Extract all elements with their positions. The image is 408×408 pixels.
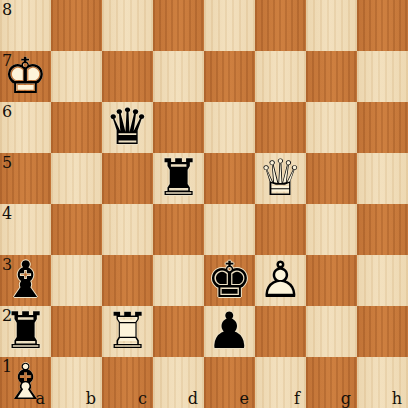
file-label-g: g xyxy=(341,391,351,407)
square-f8[interactable] xyxy=(255,0,306,51)
square-f6[interactable] xyxy=(255,102,306,153)
square-f2[interactable] xyxy=(255,306,306,357)
file-label-b: b xyxy=(86,391,96,407)
square-e4[interactable] xyxy=(204,204,255,255)
white-queen[interactable]: ♛♕ xyxy=(255,153,306,204)
white-pawn[interactable]: ♟♙ xyxy=(255,255,306,306)
square-e5[interactable] xyxy=(204,153,255,204)
rank-label-8: 8 xyxy=(2,2,12,18)
black-king-glyph: ♚ xyxy=(207,255,252,304)
file-label-f: f xyxy=(294,391,300,407)
square-c8[interactable] xyxy=(102,0,153,51)
square-b4[interactable] xyxy=(51,204,102,255)
white-rook-outline: ♖ xyxy=(105,306,150,355)
white-pawn-outline: ♙ xyxy=(258,255,303,304)
square-b6[interactable] xyxy=(51,102,102,153)
square-f1[interactable]: f xyxy=(255,357,306,408)
square-g3[interactable] xyxy=(306,255,357,306)
square-a2[interactable]: ♜2 xyxy=(0,306,51,357)
square-g5[interactable] xyxy=(306,153,357,204)
chess-board: 8♚♔76♛5♜♛♕4♝3♚♟♙♜2♜♖♟♝♗1abcdefgh xyxy=(0,0,408,408)
white-rook[interactable]: ♜♖ xyxy=(102,306,153,357)
square-h6[interactable] xyxy=(357,102,408,153)
square-f4[interactable] xyxy=(255,204,306,255)
square-b8[interactable] xyxy=(51,0,102,51)
square-b5[interactable] xyxy=(51,153,102,204)
square-c6[interactable]: ♛ xyxy=(102,102,153,153)
rank-label-5: 5 xyxy=(2,155,12,171)
square-e6[interactable] xyxy=(204,102,255,153)
square-a8[interactable]: 8 xyxy=(0,0,51,51)
square-c4[interactable] xyxy=(102,204,153,255)
square-d7[interactable] xyxy=(153,51,204,102)
square-c2[interactable]: ♜♖ xyxy=(102,306,153,357)
square-d6[interactable] xyxy=(153,102,204,153)
square-d5[interactable]: ♜ xyxy=(153,153,204,204)
square-b2[interactable] xyxy=(51,306,102,357)
square-e7[interactable] xyxy=(204,51,255,102)
square-d3[interactable] xyxy=(153,255,204,306)
square-a7[interactable]: ♚♔7 xyxy=(0,51,51,102)
square-c7[interactable] xyxy=(102,51,153,102)
square-a1[interactable]: ♝♗1a xyxy=(0,357,51,408)
black-rook-glyph: ♜ xyxy=(156,153,201,202)
square-g6[interactable] xyxy=(306,102,357,153)
rank-label-2: 2 xyxy=(2,308,12,324)
square-h3[interactable] xyxy=(357,255,408,306)
square-e1[interactable]: e xyxy=(204,357,255,408)
square-d2[interactable] xyxy=(153,306,204,357)
rank-label-7: 7 xyxy=(2,53,12,69)
square-a5[interactable]: 5 xyxy=(0,153,51,204)
square-d4[interactable] xyxy=(153,204,204,255)
square-c1[interactable]: c xyxy=(102,357,153,408)
square-f5[interactable]: ♛♕ xyxy=(255,153,306,204)
square-c3[interactable] xyxy=(102,255,153,306)
black-queen[interactable]: ♛ xyxy=(102,102,153,153)
square-g7[interactable] xyxy=(306,51,357,102)
square-a4[interactable]: 4 xyxy=(0,204,51,255)
square-e3[interactable]: ♚ xyxy=(204,255,255,306)
square-g4[interactable] xyxy=(306,204,357,255)
black-pawn[interactable]: ♟ xyxy=(204,306,255,357)
square-e2[interactable]: ♟ xyxy=(204,306,255,357)
rank-label-1: 1 xyxy=(2,359,12,375)
square-g2[interactable] xyxy=(306,306,357,357)
square-a6[interactable]: 6 xyxy=(0,102,51,153)
square-f3[interactable]: ♟♙ xyxy=(255,255,306,306)
rank-label-4: 4 xyxy=(2,206,12,222)
square-f7[interactable] xyxy=(255,51,306,102)
square-b1[interactable]: b xyxy=(51,357,102,408)
black-queen-glyph: ♛ xyxy=(105,102,150,151)
file-label-e: e xyxy=(240,391,249,407)
rank-label-6: 6 xyxy=(2,104,12,120)
square-h8[interactable] xyxy=(357,0,408,51)
square-b7[interactable] xyxy=(51,51,102,102)
square-h1[interactable]: h xyxy=(357,357,408,408)
file-label-h: h xyxy=(392,391,402,407)
square-e8[interactable] xyxy=(204,0,255,51)
square-h2[interactable] xyxy=(357,306,408,357)
square-h4[interactable] xyxy=(357,204,408,255)
square-b3[interactable] xyxy=(51,255,102,306)
square-h5[interactable] xyxy=(357,153,408,204)
square-g1[interactable]: g xyxy=(306,357,357,408)
rank-label-3: 3 xyxy=(2,257,12,273)
square-c5[interactable] xyxy=(102,153,153,204)
file-label-d: d xyxy=(188,391,198,407)
square-h7[interactable] xyxy=(357,51,408,102)
black-rook[interactable]: ♜ xyxy=(153,153,204,204)
file-label-a: a xyxy=(35,391,45,407)
square-g8[interactable] xyxy=(306,0,357,51)
file-label-c: c xyxy=(138,391,147,407)
square-d1[interactable]: d xyxy=(153,357,204,408)
square-a3[interactable]: ♝3 xyxy=(0,255,51,306)
square-d8[interactable] xyxy=(153,0,204,51)
black-pawn-glyph: ♟ xyxy=(207,306,252,355)
black-king[interactable]: ♚ xyxy=(204,255,255,306)
white-queen-outline: ♕ xyxy=(258,153,303,202)
